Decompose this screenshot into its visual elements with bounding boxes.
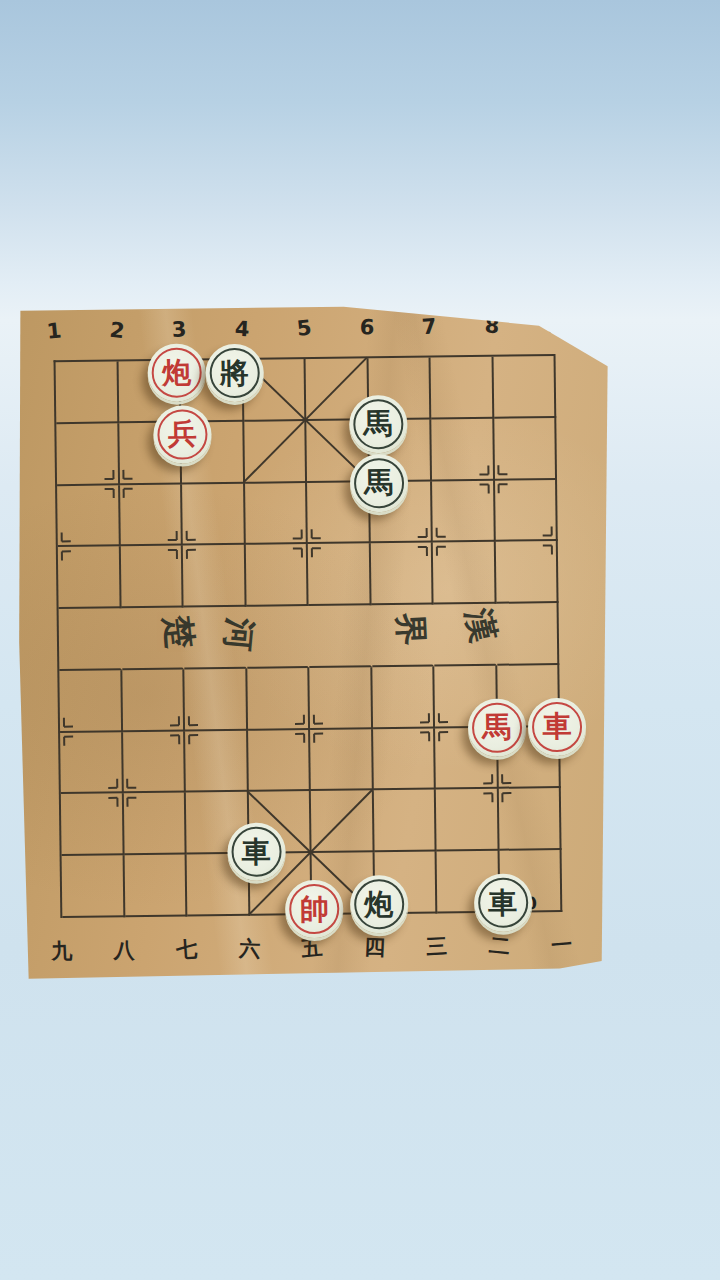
file-label-top-7: 7	[415, 314, 443, 340]
piece-black-horse-2[interactable]: 馬	[349, 453, 408, 512]
board-grid: 楚河界漢 40 炮將兵馬馬馬車車帥炮車	[55, 355, 562, 917]
piece-black-horse-1[interactable]: 馬	[348, 395, 407, 454]
piece-glyph: 車	[473, 873, 532, 932]
piece-glyph: 車	[227, 823, 286, 882]
file-label-top-4: 4	[228, 316, 255, 341]
piece-glyph: 將	[205, 344, 264, 403]
piece-red-soldier[interactable]: 兵	[153, 405, 212, 464]
river-char-1: 楚	[154, 613, 203, 651]
river-char-2: 河	[214, 616, 262, 653]
piece-black-cannon[interactable]: 炮	[349, 875, 408, 934]
piece-red-cannon[interactable]: 炮	[147, 343, 206, 402]
piece-glyph: 炮	[349, 875, 408, 934]
photo-scene: { "game": { "name": "Xiangqi (Chinese Ch…	[0, 0, 720, 1280]
file-label-top-6: 6	[353, 315, 380, 340]
file-label-top-9: 9	[541, 312, 568, 337]
file-label-bottom-8: 二	[485, 931, 514, 961]
file-label-top-1: 1	[40, 318, 68, 344]
piece-glyph: 炮	[147, 343, 206, 402]
river-char-3: 界	[387, 612, 434, 647]
piece-red-general[interactable]: 帥	[285, 880, 344, 939]
file-label-bottom-9: 一	[548, 930, 576, 960]
piece-glyph: 馬	[348, 395, 407, 454]
file-label-bottom-2: 八	[110, 936, 138, 965]
piece-glyph: 馬	[467, 698, 526, 757]
piece-glyph: 馬	[349, 453, 408, 512]
coordinate-labels: 123456789九八七六五四三二一	[14, 300, 606, 307]
piece-black-chariot-1[interactable]: 車	[227, 823, 286, 882]
piece-black-general[interactable]: 將	[205, 344, 264, 403]
file-label-bottom-1: 九	[48, 937, 75, 966]
piece-black-chariot-2[interactable]: 車	[473, 873, 532, 932]
piece-glyph: 帥	[285, 880, 344, 939]
file-label-top-8: 8	[478, 313, 506, 339]
file-label-top-2: 2	[102, 317, 131, 344]
piece-glyph: 兵	[153, 405, 212, 464]
xiangqi-board-cloth: 楚河界漢 40 炮將兵馬馬馬車車帥炮車 123456789九八七六五四三二一	[18, 304, 610, 980]
file-label-bottom-3: 七	[173, 935, 201, 965]
file-label-bottom-7: 三	[423, 932, 450, 961]
piece-red-horse[interactable]: 馬	[467, 698, 526, 757]
file-label-bottom-6: 四	[361, 933, 388, 962]
file-label-bottom-4: 六	[236, 934, 263, 963]
piece-red-chariot[interactable]: 車	[528, 697, 587, 756]
file-label-top-3: 3	[165, 317, 192, 343]
piece-glyph: 車	[528, 697, 587, 756]
file-label-top-5: 5	[290, 315, 319, 342]
xiangqi-board: 楚河界漢 40 炮將兵馬馬馬車車帥炮車 123456789九八七六五四三二一	[14, 300, 614, 983]
